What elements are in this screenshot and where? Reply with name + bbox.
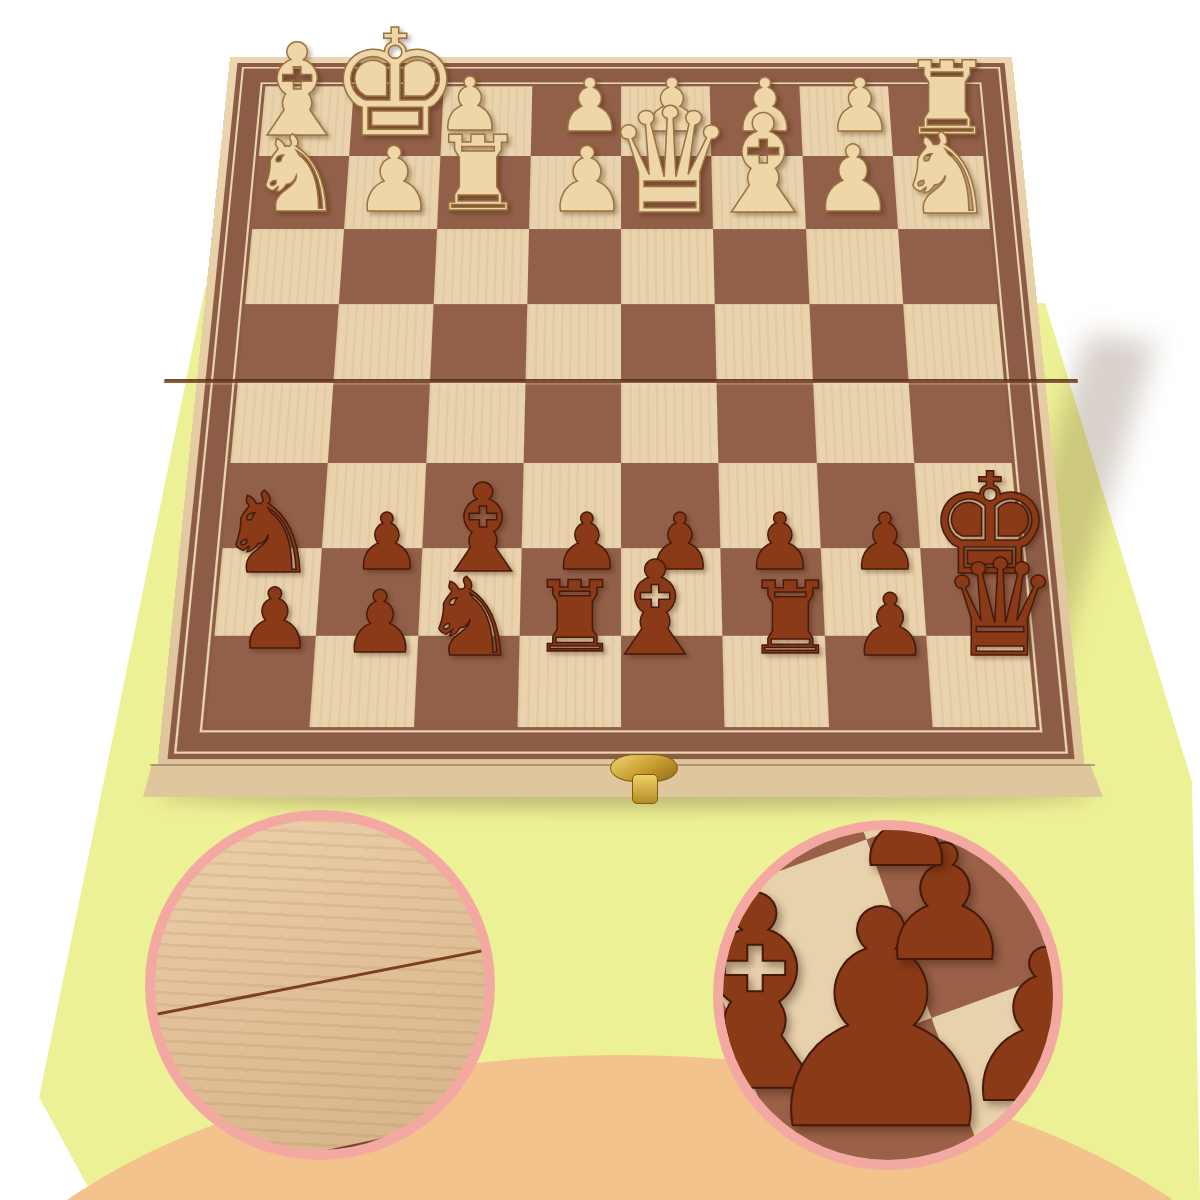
square-r2c4	[621, 229, 715, 304]
square-r4c1	[328, 382, 429, 463]
square-r1c0	[252, 156, 349, 228]
square-r5c0	[223, 463, 328, 547]
square-r0c0	[259, 86, 354, 156]
square-r4c2	[426, 382, 526, 463]
square-r2c3	[527, 229, 621, 304]
board-grid	[206, 86, 1036, 727]
inset-left-circle-wood-grain	[145, 810, 495, 1160]
square-r1c1	[344, 156, 440, 228]
square-r6c7	[920, 548, 1028, 636]
square-r6c1	[316, 548, 422, 636]
square-r4c0	[230, 382, 333, 463]
square-r1c4	[621, 156, 713, 228]
square-r2c2	[433, 229, 529, 304]
square-r3c2	[429, 304, 527, 382]
fold-hinge-line	[164, 379, 1078, 383]
square-r5c1	[322, 463, 426, 547]
square-r7c4	[621, 636, 725, 728]
square-r6c4	[621, 548, 723, 636]
square-r1c5	[712, 156, 806, 228]
square-r6c5	[721, 548, 825, 636]
square-r1c6	[802, 156, 898, 228]
square-r1c3	[529, 156, 621, 228]
square-r0c1	[349, 86, 443, 156]
closeup-piece-pawn: ♟	[852, 820, 960, 884]
brass-clasp-latch	[632, 774, 658, 804]
wood-seam-line	[145, 940, 495, 1019]
square-r0c7	[888, 86, 983, 156]
square-r3c3	[525, 304, 621, 382]
square-r7c1	[310, 636, 418, 728]
square-r1c2	[437, 156, 531, 228]
square-r0c3	[530, 86, 621, 156]
square-r7c3	[517, 636, 621, 728]
square-r7c5	[723, 636, 829, 728]
square-r3c4	[621, 304, 717, 382]
square-r6c6	[820, 548, 926, 636]
square-r0c4	[621, 86, 712, 156]
inset-right-circle-pieces-closeup: ♝♟♟♟♟	[713, 820, 1063, 1170]
square-r5c6	[816, 463, 920, 547]
square-r4c3	[523, 382, 621, 463]
chessboard	[157, 57, 1085, 768]
square-r5c3	[521, 463, 621, 547]
square-r6c2	[418, 548, 522, 636]
square-r2c1	[339, 229, 436, 304]
square-r3c6	[809, 304, 908, 382]
square-r3c1	[334, 304, 433, 382]
square-r6c3	[519, 548, 621, 636]
square-r5c4	[621, 463, 721, 547]
square-r2c7	[898, 229, 997, 304]
square-r2c6	[805, 229, 902, 304]
product-photo: ♝♚♟♟♟♟♟♜♞♟♜♟♛♝♟♞♞♟♝♟♟♟♟♚♟♟♞♜♝♜♟♛ ♝♟♟♟♟	[0, 0, 1200, 1200]
square-r4c4	[621, 382, 719, 463]
square-r4c5	[717, 382, 817, 463]
board-frame-band	[167, 63, 1074, 759]
square-r0c2	[440, 86, 532, 156]
square-r2c5	[713, 229, 809, 304]
square-r0c5	[710, 86, 802, 156]
square-r0c6	[799, 86, 893, 156]
square-r7c7	[926, 636, 1036, 728]
square-r5c5	[719, 463, 821, 547]
square-r5c7	[914, 463, 1019, 547]
closeup-pieces: ♝♟♟♟♟	[713, 820, 1063, 1170]
square-r4c7	[908, 382, 1011, 463]
square-r3c7	[903, 304, 1004, 382]
square-r7c2	[413, 636, 519, 728]
square-r2c0	[245, 229, 344, 304]
square-r3c5	[715, 304, 813, 382]
square-r3c0	[238, 304, 339, 382]
square-r6c0	[214, 548, 322, 636]
square-r7c6	[824, 636, 932, 728]
square-r5c2	[422, 463, 524, 547]
square-r4c6	[813, 382, 914, 463]
square-r1c7	[893, 156, 990, 228]
square-r7c0	[206, 636, 316, 728]
